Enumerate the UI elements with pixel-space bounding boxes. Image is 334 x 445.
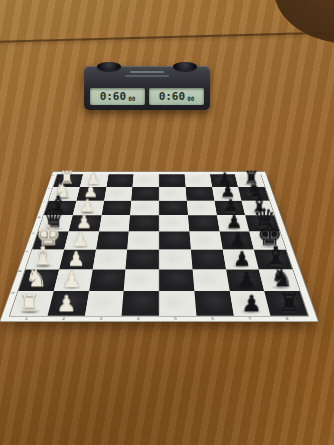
coord-rank-6: 6 — [211, 317, 215, 320]
square-g3[interactable] — [89, 269, 126, 291]
square-d5[interactable] — [159, 215, 189, 231]
white-pawn-h2[interactable]: ♟ — [56, 292, 76, 315]
square-f4[interactable] — [126, 249, 159, 269]
square-d3[interactable] — [99, 215, 131, 231]
square-a5[interactable] — [159, 174, 185, 187]
clock-brand-text — [84, 71, 210, 77]
coord-file-c: c — [42, 201, 46, 202]
square-c4[interactable] — [130, 200, 159, 215]
square-h5[interactable] — [159, 291, 196, 316]
photo-scene: 0:60 00 0:60 00 ♜♟♟♜♞♟♟♞♝♟♟♝♛♟♟♛♚♟♟♚♝♟♟♝… — [0, 0, 334, 445]
square-h1[interactable]: ♜ — [10, 291, 53, 316]
square-f5[interactable] — [159, 249, 192, 269]
square-f3[interactable] — [92, 249, 127, 269]
board-grid: ♜♟♟♜♞♟♟♞♝♟♟♝♛♟♟♛♚♟♟♚♝♟♟♝♞♟♟♞♜♟♟♜ — [10, 174, 308, 315]
clock-left-display: 0:60 00 — [90, 88, 145, 105]
square-d6[interactable] — [188, 215, 220, 231]
coord-file-b: b — [47, 188, 51, 189]
square-b5[interactable] — [159, 187, 187, 201]
black-pawn-g7[interactable]: ♟ — [237, 269, 256, 290]
square-a4[interactable] — [133, 174, 159, 187]
square-e3[interactable] — [96, 232, 129, 250]
coord-file-h: h — [10, 292, 15, 294]
coord-rank-8: 8 — [285, 317, 289, 320]
clock-right-button[interactable] — [173, 62, 197, 71]
white-pawn-f2[interactable]: ♟ — [67, 248, 85, 268]
table-edge-seam — [0, 31, 334, 43]
square-c6[interactable] — [187, 200, 217, 215]
white-pawn-g2[interactable]: ♟ — [62, 269, 81, 290]
coord-rank-3: 3 — [99, 317, 103, 320]
square-h4[interactable] — [122, 291, 159, 316]
chess-clock: 0:60 00 0:60 00 — [84, 66, 210, 110]
black-pawn-h7[interactable]: ♟ — [242, 292, 262, 315]
clock-left-time: 0:60 — [100, 90, 127, 103]
square-b4[interactable] — [131, 187, 159, 201]
coord-rank-5: 5 — [174, 317, 177, 320]
square-g6[interactable] — [192, 269, 229, 291]
square-b6[interactable] — [185, 187, 214, 201]
coord-rank-7: 7 — [248, 317, 252, 320]
clock-left-button[interactable] — [97, 62, 121, 71]
square-e4[interactable] — [127, 232, 159, 250]
square-g4[interactable] — [124, 269, 159, 291]
black-knight-g8[interactable]: ♞ — [271, 265, 294, 290]
square-c3[interactable] — [101, 200, 131, 215]
square-h8[interactable]: ♜ — [264, 291, 307, 316]
square-g5[interactable] — [159, 269, 194, 291]
coord-file-f: f — [24, 251, 29, 252]
coord-file-a: a — [52, 175, 56, 176]
square-f6[interactable] — [191, 249, 226, 269]
coord-file-g: g — [18, 270, 23, 272]
square-e5[interactable] — [159, 232, 191, 250]
chess-board: ♜♟♟♜♞♟♟♞♝♟♟♝♛♟♟♛♚♟♟♚♝♟♟♝♞♟♟♞♜♟♟♜ abcdefg… — [0, 171, 319, 322]
clock-right-seconds: 00 — [187, 95, 194, 105]
square-g2[interactable]: ♟ — [54, 269, 93, 291]
coord-rank-1: 1 — [24, 317, 28, 320]
black-rook-h8[interactable]: ♜ — [278, 290, 300, 315]
board-fold-crease — [158, 175, 160, 314]
square-a6[interactable] — [184, 174, 211, 187]
square-a3[interactable] — [106, 174, 133, 187]
square-d4[interactable] — [129, 215, 159, 231]
clock-right-time: 0:60 — [159, 90, 186, 103]
clock-left-seconds: 00 — [128, 95, 135, 105]
white-knight-g1[interactable]: ♞ — [25, 265, 48, 290]
white-rook-h1[interactable]: ♜ — [18, 290, 40, 315]
coord-file-d: d — [37, 216, 41, 217]
coord-rank-4: 4 — [137, 317, 140, 320]
square-h3[interactable] — [85, 291, 124, 316]
square-c5[interactable] — [159, 200, 188, 215]
square-g7[interactable]: ♟ — [226, 269, 265, 291]
square-b3[interactable] — [104, 187, 133, 201]
clock-right-display: 0:60 00 — [149, 88, 204, 105]
square-h2[interactable]: ♟ — [47, 291, 88, 316]
black-pawn-f7[interactable]: ♟ — [233, 248, 251, 268]
table-corner-background — [269, 0, 334, 44]
coord-rank-2: 2 — [62, 317, 66, 320]
square-e6[interactable] — [189, 232, 222, 250]
square-h6[interactable] — [194, 291, 233, 316]
coord-file-e: e — [31, 232, 36, 233]
